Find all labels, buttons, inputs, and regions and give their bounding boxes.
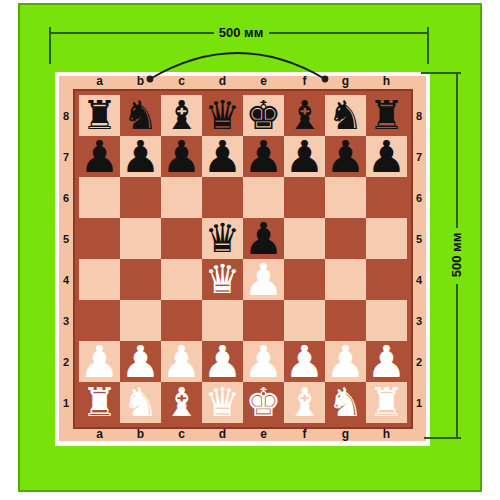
piece-white-bishop-f1: ♝ (287, 382, 323, 423)
square-h5[interactable] (366, 218, 407, 259)
piece-black-king-e8: ♚ (246, 95, 282, 136)
file-label-bottom-f: f (284, 427, 325, 441)
file-label-bottom-a: a (79, 427, 120, 441)
square-e3[interactable] (243, 300, 284, 341)
square-h4[interactable] (366, 259, 407, 300)
piece-black-bishop-c8: ♝ (164, 95, 200, 136)
square-f1[interactable]: ♝ (284, 382, 325, 423)
square-f2[interactable]: ♟ (284, 341, 325, 382)
piece-white-pawn-f2: ♟ (285, 341, 324, 382)
file-label-top-d: d (202, 74, 243, 88)
square-d7[interactable]: ♟ (202, 136, 243, 177)
square-a8[interactable]: ♜ (79, 95, 120, 136)
square-c3[interactable] (161, 300, 202, 341)
piece-black-bishop-f8: ♝ (287, 95, 323, 136)
rank-label-right-8: 8 (412, 95, 426, 136)
piece-white-pawn-e4: ♟ (244, 259, 283, 300)
piece-black-pawn-e5: ♟ (244, 218, 283, 259)
piece-black-pawn-h7: ♟ (367, 136, 406, 177)
square-c4[interactable] (161, 259, 202, 300)
piece-black-queen-d5: ♛ (205, 218, 241, 259)
rank-labels-left: 87654321 (59, 95, 73, 423)
rank-label-right-6: 6 (412, 177, 426, 218)
square-a6[interactable] (79, 177, 120, 218)
piece-white-pawn-c2: ♟ (162, 341, 201, 382)
square-a1[interactable]: ♜ (79, 382, 120, 423)
file-labels-bottom: abcdefgh (79, 427, 407, 441)
square-b6[interactable] (120, 177, 161, 218)
file-label-bottom-h: h (366, 427, 407, 441)
square-e2[interactable]: ♟ (243, 341, 284, 382)
square-d8[interactable]: ♛ (202, 95, 243, 136)
square-g7[interactable]: ♟ (325, 136, 366, 177)
square-g2[interactable]: ♟ (325, 341, 366, 382)
square-d2[interactable]: ♟ (202, 341, 243, 382)
square-f3[interactable] (284, 300, 325, 341)
file-label-bottom-g: g (325, 427, 366, 441)
square-b1[interactable]: ♞ (120, 382, 161, 423)
rank-label-left-7: 7 (59, 136, 73, 177)
square-g8[interactable]: ♞ (325, 95, 366, 136)
piece-white-queen-d4: ♛ (205, 259, 241, 300)
square-d6[interactable] (202, 177, 243, 218)
demo-chessboard: ♜♞♝♛♚♝♞♜♟♟♟♟♟♟♟♟♛♟♛♟♟♟♟♟♟♟♟♟♜♞♝♛♚♝♞♜ (79, 95, 407, 423)
piece-black-knight-b8: ♞ (123, 95, 159, 136)
square-e6[interactable] (243, 177, 284, 218)
square-b5[interactable] (120, 218, 161, 259)
square-e8[interactable]: ♚ (243, 95, 284, 136)
piece-black-pawn-a7: ♟ (80, 136, 119, 177)
square-e7[interactable]: ♟ (243, 136, 284, 177)
piece-white-rook-h1: ♜ (369, 382, 405, 423)
square-d1[interactable]: ♛ (202, 382, 243, 423)
square-c2[interactable]: ♟ (161, 341, 202, 382)
square-b7[interactable]: ♟ (120, 136, 161, 177)
right-dimension-label: 500 мм (449, 215, 465, 295)
rank-label-left-4: 4 (59, 259, 73, 300)
file-label-top-e: e (243, 74, 284, 88)
piece-white-pawn-e2: ♟ (244, 341, 283, 382)
square-g3[interactable] (325, 300, 366, 341)
rank-label-left-6: 6 (59, 177, 73, 218)
square-c7[interactable]: ♟ (161, 136, 202, 177)
piece-white-pawn-h2: ♟ (367, 341, 406, 382)
square-h2[interactable]: ♟ (366, 341, 407, 382)
square-g4[interactable] (325, 259, 366, 300)
product-photo: abcdefgh abcdefgh 87654321 87654321 ♜♞♝♛… (0, 0, 500, 500)
piece-black-pawn-g7: ♟ (326, 136, 365, 177)
square-h3[interactable] (366, 300, 407, 341)
piece-black-pawn-b7: ♟ (121, 136, 160, 177)
file-label-top-a: a (79, 74, 120, 88)
square-h7[interactable]: ♟ (366, 136, 407, 177)
square-g1[interactable]: ♞ (325, 382, 366, 423)
rank-label-right-5: 5 (412, 218, 426, 259)
rank-label-left-2: 2 (59, 341, 73, 382)
square-b8[interactable]: ♞ (120, 95, 161, 136)
square-b2[interactable]: ♟ (120, 341, 161, 382)
rank-label-left-5: 5 (59, 218, 73, 259)
file-label-bottom-b: b (120, 427, 161, 441)
piece-white-pawn-g2: ♟ (326, 341, 365, 382)
piece-black-pawn-e7: ♟ (244, 136, 283, 177)
square-a2[interactable]: ♟ (79, 341, 120, 382)
piece-white-pawn-a2: ♟ (80, 341, 119, 382)
square-f5[interactable] (284, 218, 325, 259)
square-c1[interactable]: ♝ (161, 382, 202, 423)
rank-label-right-1: 1 (412, 382, 426, 423)
piece-black-knight-g8: ♞ (328, 95, 364, 136)
square-e1[interactable]: ♚ (243, 382, 284, 423)
square-h6[interactable] (366, 177, 407, 218)
square-a5[interactable] (79, 218, 120, 259)
rank-label-right-4: 4 (412, 259, 426, 300)
piece-white-king-e1: ♚ (246, 382, 282, 423)
square-c8[interactable]: ♝ (161, 95, 202, 136)
piece-black-queen-d8: ♛ (205, 95, 241, 136)
piece-white-queen-d1: ♛ (205, 382, 241, 423)
rank-label-right-3: 3 (412, 300, 426, 341)
square-d5[interactable]: ♛ (202, 218, 243, 259)
file-label-bottom-c: c (161, 427, 202, 441)
square-e5[interactable]: ♟ (243, 218, 284, 259)
piece-black-rook-a8: ♜ (82, 95, 118, 136)
square-f4[interactable] (284, 259, 325, 300)
piece-black-pawn-c7: ♟ (162, 136, 201, 177)
square-g6[interactable] (325, 177, 366, 218)
file-label-bottom-d: d (202, 427, 243, 441)
file-label-bottom-e: e (243, 427, 284, 441)
piece-white-knight-g1: ♞ (328, 382, 364, 423)
file-label-top-b: b (120, 74, 161, 88)
piece-black-pawn-d7: ♟ (203, 136, 242, 177)
rank-label-right-2: 2 (412, 341, 426, 382)
square-e4[interactable]: ♟ (243, 259, 284, 300)
square-b4[interactable] (120, 259, 161, 300)
square-b3[interactable] (120, 300, 161, 341)
rank-label-left-1: 1 (59, 382, 73, 423)
square-a7[interactable]: ♟ (79, 136, 120, 177)
square-f6[interactable] (284, 177, 325, 218)
square-c6[interactable] (161, 177, 202, 218)
rank-label-right-7: 7 (412, 136, 426, 177)
piece-white-pawn-d2: ♟ (203, 341, 242, 382)
file-label-top-c: c (161, 74, 202, 88)
rank-label-left-8: 8 (59, 95, 73, 136)
square-a4[interactable] (79, 259, 120, 300)
piece-white-bishop-c1: ♝ (164, 382, 200, 423)
rank-label-left-3: 3 (59, 300, 73, 341)
square-d3[interactable] (202, 300, 243, 341)
square-f7[interactable]: ♟ (284, 136, 325, 177)
square-h1[interactable]: ♜ (366, 382, 407, 423)
piece-black-rook-h8: ♜ (369, 95, 405, 136)
square-h8[interactable]: ♜ (366, 95, 407, 136)
piece-white-pawn-b2: ♟ (121, 341, 160, 382)
piece-white-knight-b1: ♞ (123, 382, 159, 423)
piece-black-pawn-f7: ♟ (285, 136, 324, 177)
file-label-top-h: h (366, 74, 407, 88)
piece-white-rook-a1: ♜ (82, 382, 118, 423)
rank-labels-right: 87654321 (412, 95, 426, 423)
square-d4[interactable]: ♛ (202, 259, 243, 300)
square-c5[interactable] (161, 218, 202, 259)
square-f8[interactable]: ♝ (284, 95, 325, 136)
file-labels-top: abcdefgh (79, 74, 407, 88)
file-label-top-f: f (284, 74, 325, 88)
file-label-top-g: g (325, 74, 366, 88)
square-a3[interactable] (79, 300, 120, 341)
top-dimension-label: 500 мм (201, 25, 281, 41)
square-g5[interactable] (325, 218, 366, 259)
